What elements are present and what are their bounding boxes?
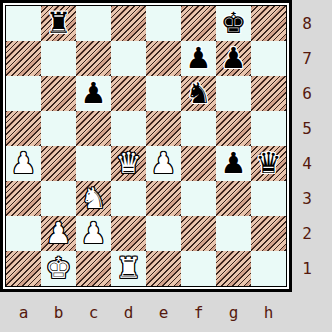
square-a4[interactable]: ♟: [6, 146, 41, 181]
square-a1[interactable]: [6, 251, 41, 286]
file-label-a: a: [6, 297, 41, 327]
black-pawn-f7[interactable]: ♟: [181, 41, 216, 76]
square-a8[interactable]: [6, 6, 41, 41]
square-b3[interactable]: [41, 181, 76, 216]
rank-label-4: 4: [293, 146, 321, 181]
board-frame: ♜♚♟♟♟♞♟♛♟♟♛♞♟♟♚♜: [0, 0, 292, 292]
rank-labels: 87654321: [293, 6, 321, 286]
square-a2[interactable]: [6, 216, 41, 251]
file-label-f: f: [181, 297, 216, 327]
square-g8[interactable]: ♚: [216, 6, 251, 41]
square-b8[interactable]: ♜: [41, 6, 76, 41]
file-label-c: c: [76, 297, 111, 327]
square-h1[interactable]: [251, 251, 286, 286]
square-d4[interactable]: ♛: [111, 146, 146, 181]
square-e6[interactable]: [146, 76, 181, 111]
square-e5[interactable]: [146, 111, 181, 146]
white-pawn-e4[interactable]: ♟: [146, 146, 181, 181]
square-h4[interactable]: ♛: [251, 146, 286, 181]
square-f6[interactable]: ♞: [181, 76, 216, 111]
rank-label-8: 8: [293, 6, 321, 41]
square-f4[interactable]: [181, 146, 216, 181]
rank-label-1: 1: [293, 251, 321, 286]
rank-label-6: 6: [293, 76, 321, 111]
square-f2[interactable]: [181, 216, 216, 251]
square-g4[interactable]: ♟: [216, 146, 251, 181]
square-c8[interactable]: [76, 6, 111, 41]
square-c5[interactable]: [76, 111, 111, 146]
square-e4[interactable]: ♟: [146, 146, 181, 181]
square-d8[interactable]: [111, 6, 146, 41]
square-g6[interactable]: [216, 76, 251, 111]
square-a7[interactable]: [6, 41, 41, 76]
square-a5[interactable]: [6, 111, 41, 146]
square-h3[interactable]: [251, 181, 286, 216]
square-f1[interactable]: [181, 251, 216, 286]
white-pawn-c2[interactable]: ♟: [76, 216, 111, 251]
black-queen-h4[interactable]: ♛: [251, 146, 286, 181]
rank-label-3: 3: [293, 181, 321, 216]
chess-diagram: ♜♚♟♟♟♞♟♛♟♟♛♞♟♟♚♜ abcdefgh 87654321: [0, 0, 332, 332]
square-d6[interactable]: [111, 76, 146, 111]
square-c7[interactable]: [76, 41, 111, 76]
square-f5[interactable]: [181, 111, 216, 146]
square-e1[interactable]: [146, 251, 181, 286]
square-d3[interactable]: [111, 181, 146, 216]
square-g2[interactable]: [216, 216, 251, 251]
rank-label-5: 5: [293, 111, 321, 146]
white-king-b1[interactable]: ♚: [41, 251, 76, 286]
file-label-e: e: [146, 297, 181, 327]
square-c4[interactable]: [76, 146, 111, 181]
square-b4[interactable]: [41, 146, 76, 181]
square-e2[interactable]: [146, 216, 181, 251]
square-e8[interactable]: [146, 6, 181, 41]
square-e7[interactable]: [146, 41, 181, 76]
square-f7[interactable]: ♟: [181, 41, 216, 76]
black-king-g8[interactable]: ♚: [216, 6, 251, 41]
square-a6[interactable]: [6, 76, 41, 111]
square-g1[interactable]: [216, 251, 251, 286]
rank-label-7: 7: [293, 41, 321, 76]
square-d1[interactable]: ♜: [111, 251, 146, 286]
square-c2[interactable]: ♟: [76, 216, 111, 251]
black-pawn-g7[interactable]: ♟: [216, 41, 251, 76]
square-c6[interactable]: ♟: [76, 76, 111, 111]
square-c3[interactable]: ♞: [76, 181, 111, 216]
square-f8[interactable]: [181, 6, 216, 41]
chess-board: ♜♚♟♟♟♞♟♛♟♟♛♞♟♟♚♜: [5, 5, 287, 287]
square-a3[interactable]: [6, 181, 41, 216]
square-g3[interactable]: [216, 181, 251, 216]
square-b5[interactable]: [41, 111, 76, 146]
square-g5[interactable]: [216, 111, 251, 146]
black-rook-b8[interactable]: ♜: [41, 6, 76, 41]
file-label-h: h: [251, 297, 286, 327]
file-label-g: g: [216, 297, 251, 327]
white-queen-d4[interactable]: ♛: [111, 146, 146, 181]
square-b1[interactable]: ♚: [41, 251, 76, 286]
square-d2[interactable]: [111, 216, 146, 251]
file-label-d: d: [111, 297, 146, 327]
square-b6[interactable]: [41, 76, 76, 111]
square-h8[interactable]: [251, 6, 286, 41]
white-pawn-b2[interactable]: ♟: [41, 216, 76, 251]
square-c1[interactable]: [76, 251, 111, 286]
square-d5[interactable]: [111, 111, 146, 146]
square-h2[interactable]: [251, 216, 286, 251]
white-rook-d1[interactable]: ♜: [111, 251, 146, 286]
square-h7[interactable]: [251, 41, 286, 76]
file-label-b: b: [41, 297, 76, 327]
black-knight-f6[interactable]: ♞: [181, 76, 216, 111]
square-g7[interactable]: ♟: [216, 41, 251, 76]
white-knight-c3[interactable]: ♞: [76, 181, 111, 216]
square-e3[interactable]: [146, 181, 181, 216]
square-h6[interactable]: [251, 76, 286, 111]
black-pawn-g4[interactable]: ♟: [216, 146, 251, 181]
square-h5[interactable]: [251, 111, 286, 146]
rank-label-2: 2: [293, 216, 321, 251]
square-b7[interactable]: [41, 41, 76, 76]
square-f3[interactable]: [181, 181, 216, 216]
file-labels: abcdefgh: [6, 297, 286, 327]
square-b2[interactable]: ♟: [41, 216, 76, 251]
square-d7[interactable]: [111, 41, 146, 76]
white-pawn-a4[interactable]: ♟: [6, 146, 41, 181]
black-pawn-c6[interactable]: ♟: [76, 76, 111, 111]
